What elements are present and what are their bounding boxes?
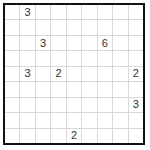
empty-cell-r9c6[interactable] <box>82 129 96 143</box>
empty-cell-r6c1[interactable] <box>5 82 19 96</box>
empty-cell-r3c8[interactable] <box>113 36 127 50</box>
empty-cell-r9c2[interactable] <box>20 129 34 143</box>
empty-cell-r3c6[interactable] <box>82 36 96 50</box>
minesweeper-board: 33632232 <box>3 3 145 145</box>
empty-cell-r8c1[interactable] <box>5 113 19 127</box>
empty-cell-r3c2[interactable] <box>20 36 34 50</box>
empty-cell-r5c7[interactable] <box>98 67 112 81</box>
empty-cell-r3c1[interactable] <box>5 36 19 50</box>
empty-cell-r7c2[interactable] <box>20 98 34 112</box>
clue-cell-r5c9: 2 <box>129 67 143 81</box>
empty-cell-r2c4[interactable] <box>51 20 65 34</box>
empty-cell-r3c4[interactable] <box>51 36 65 50</box>
empty-cell-r5c3[interactable] <box>36 67 50 81</box>
empty-cell-r8c7[interactable] <box>98 113 112 127</box>
empty-cell-r8c5[interactable] <box>67 113 81 127</box>
empty-cell-r2c7[interactable] <box>98 20 112 34</box>
empty-cell-r9c7[interactable] <box>98 129 112 143</box>
empty-cell-r1c1[interactable] <box>5 5 19 19</box>
empty-cell-r4c6[interactable] <box>82 51 96 65</box>
empty-cell-r6c6[interactable] <box>82 82 96 96</box>
empty-cell-r1c8[interactable] <box>113 5 127 19</box>
empty-cell-r4c8[interactable] <box>113 51 127 65</box>
clue-cell-r5c4: 2 <box>51 67 65 81</box>
empty-cell-r5c5[interactable] <box>67 67 81 81</box>
empty-cell-r9c1[interactable] <box>5 129 19 143</box>
empty-cell-r6c7[interactable] <box>98 82 112 96</box>
empty-cell-r4c3[interactable] <box>36 51 50 65</box>
empty-cell-r5c8[interactable] <box>113 67 127 81</box>
empty-cell-r4c4[interactable] <box>51 51 65 65</box>
clue-cell-r5c2: 3 <box>20 67 34 81</box>
empty-cell-r6c8[interactable] <box>113 82 127 96</box>
empty-cell-r2c2[interactable] <box>20 20 34 34</box>
empty-cell-r5c6[interactable] <box>82 67 96 81</box>
empty-cell-r8c9[interactable] <box>129 113 143 127</box>
empty-cell-r8c6[interactable] <box>82 113 96 127</box>
empty-cell-r7c1[interactable] <box>5 98 19 112</box>
empty-cell-r9c9[interactable] <box>129 129 143 143</box>
empty-cell-r2c6[interactable] <box>82 20 96 34</box>
empty-cell-r7c3[interactable] <box>36 98 50 112</box>
clue-cell-r9c5: 2 <box>67 129 81 143</box>
empty-cell-r1c4[interactable] <box>51 5 65 19</box>
empty-cell-r2c3[interactable] <box>36 20 50 34</box>
empty-cell-r3c5[interactable] <box>67 36 81 50</box>
empty-cell-r4c1[interactable] <box>5 51 19 65</box>
empty-cell-r4c2[interactable] <box>20 51 34 65</box>
empty-cell-r1c3[interactable] <box>36 5 50 19</box>
empty-cell-r8c2[interactable] <box>20 113 34 127</box>
empty-cell-r6c5[interactable] <box>67 82 81 96</box>
empty-cell-r9c3[interactable] <box>36 129 50 143</box>
empty-cell-r4c9[interactable] <box>129 51 143 65</box>
clue-cell-r1c2: 3 <box>20 5 34 19</box>
empty-cell-r4c7[interactable] <box>98 51 112 65</box>
empty-cell-r7c7[interactable] <box>98 98 112 112</box>
clue-cell-r7c9: 3 <box>129 98 143 112</box>
empty-cell-r9c8[interactable] <box>113 129 127 143</box>
empty-cell-r6c2[interactable] <box>20 82 34 96</box>
empty-cell-r4c5[interactable] <box>67 51 81 65</box>
empty-cell-r6c4[interactable] <box>51 82 65 96</box>
clue-cell-r3c7: 6 <box>98 36 112 50</box>
empty-cell-r1c7[interactable] <box>98 5 112 19</box>
empty-cell-r2c9[interactable] <box>129 20 143 34</box>
empty-cell-r6c9[interactable] <box>129 82 143 96</box>
empty-cell-r7c6[interactable] <box>82 98 96 112</box>
empty-cell-r9c4[interactable] <box>51 129 65 143</box>
empty-cell-r8c8[interactable] <box>113 113 127 127</box>
empty-cell-r5c1[interactable] <box>5 67 19 81</box>
empty-cell-r7c8[interactable] <box>113 98 127 112</box>
empty-cell-r2c5[interactable] <box>67 20 81 34</box>
empty-cell-r8c4[interactable] <box>51 113 65 127</box>
empty-cell-r3c9[interactable] <box>129 36 143 50</box>
empty-cell-r1c6[interactable] <box>82 5 96 19</box>
empty-cell-r7c4[interactable] <box>51 98 65 112</box>
empty-cell-r2c8[interactable] <box>113 20 127 34</box>
empty-cell-r1c9[interactable] <box>129 5 143 19</box>
clue-cell-r3c3: 3 <box>36 36 50 50</box>
empty-cell-r8c3[interactable] <box>36 113 50 127</box>
empty-cell-r7c5[interactable] <box>67 98 81 112</box>
puzzle-grid: 33632232 <box>5 5 143 143</box>
empty-cell-r2c1[interactable] <box>5 20 19 34</box>
empty-cell-r1c5[interactable] <box>67 5 81 19</box>
empty-cell-r6c3[interactable] <box>36 82 50 96</box>
